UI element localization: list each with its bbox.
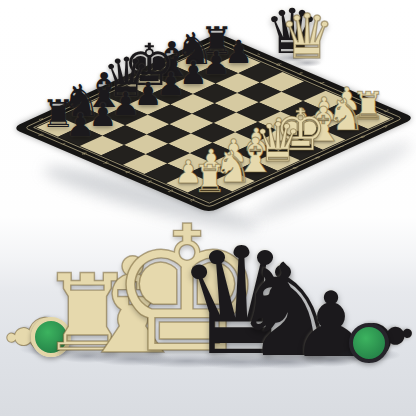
lying-pawn-black-felt-base (349, 323, 389, 363)
extra-queen-white: ♛ (279, 6, 335, 68)
piece-black-p-a7: ♟ (66, 109, 95, 141)
product-photo-scene: 11aa22bb33cc44dd55ee66ff77gg88hh ♜♟♞♟♝♟♚… (0, 0, 416, 416)
